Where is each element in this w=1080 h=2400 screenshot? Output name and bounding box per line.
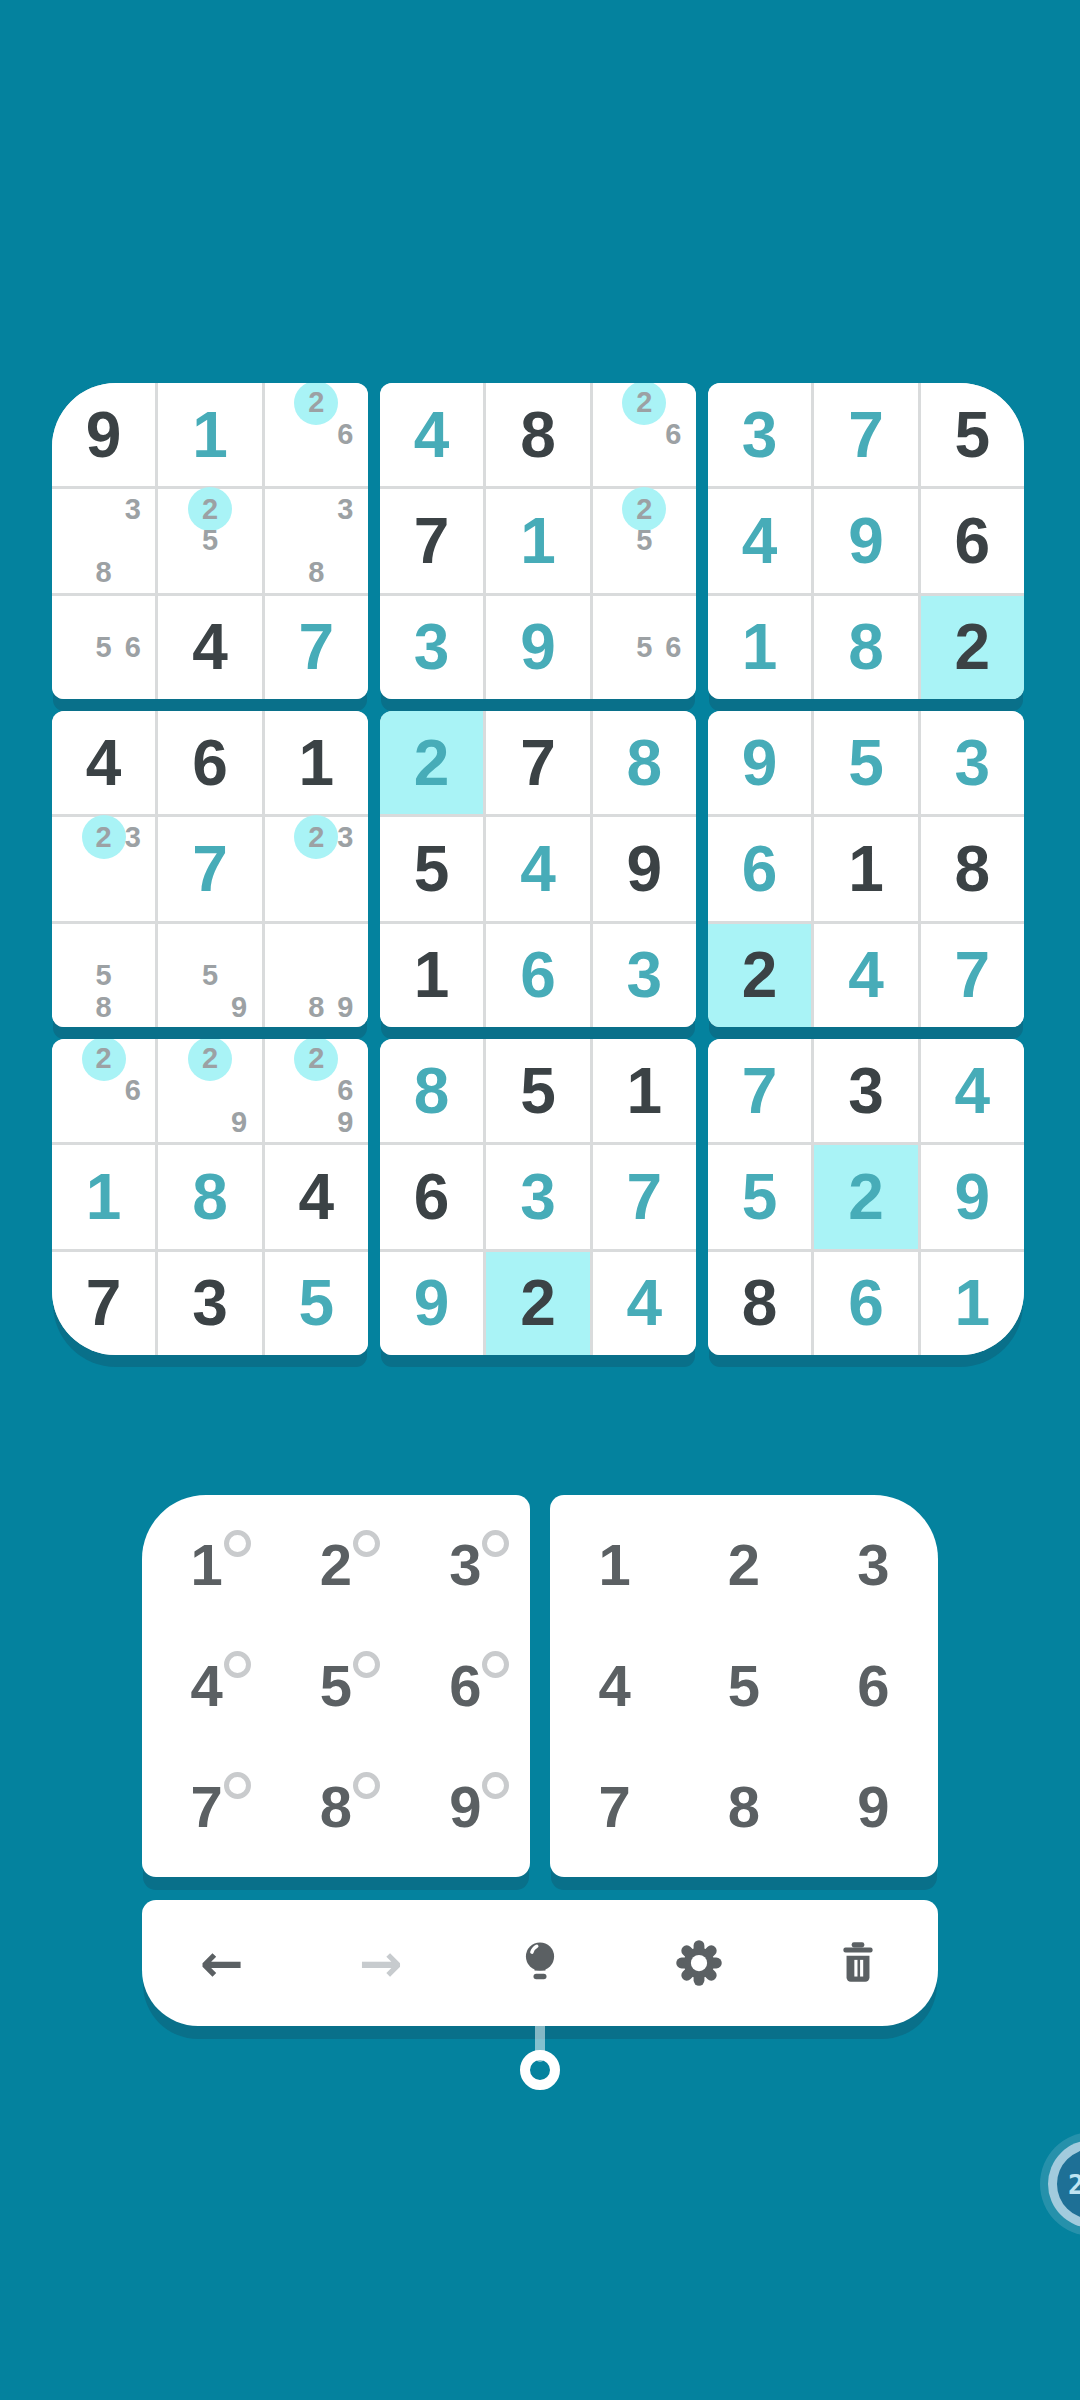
cell-r5c6[interactable]: 9 (593, 817, 696, 920)
cell-r2c5[interactable]: 1 (486, 489, 589, 592)
key-digit: 4 (191, 1657, 223, 1715)
pencil-slot: 9 (225, 991, 254, 1023)
cell-r2c4[interactable]: 7 (380, 489, 483, 592)
pencil-digit: 6 (665, 633, 681, 662)
cell-value: 5 (299, 1271, 335, 1335)
cell-value: 4 (86, 731, 122, 795)
cell-value: 6 (955, 509, 991, 573)
box-5: 278549163 (380, 711, 696, 1027)
cell-r4c4[interactable]: 2 (380, 711, 483, 814)
pencil-digit: 9 (231, 1108, 247, 1137)
cell-r1c2[interactable]: 1 (158, 383, 261, 486)
redo-button[interactable]: → (349, 1931, 413, 1995)
cell-value: 8 (192, 1165, 228, 1229)
pencil-slot: 6 (659, 631, 688, 663)
pencil-digit: 5 (202, 526, 218, 555)
cell-value: 8 (955, 837, 991, 901)
pencil-digit: 9 (337, 993, 353, 1022)
pencil-digit: 3 (125, 495, 141, 524)
cell-value: 8 (414, 1059, 450, 1123)
pencil-digit: 2 (96, 1044, 112, 1073)
key-digit: 1 (191, 1536, 223, 1594)
cell-value: 4 (414, 403, 450, 467)
cell-value: 9 (627, 837, 663, 901)
cell-r4c3[interactable]: 1 (265, 711, 368, 814)
pencil-slot: 6 (118, 1075, 147, 1107)
cell-value: 4 (955, 1059, 991, 1123)
cell-r6c1[interactable]: 58 (52, 924, 155, 1027)
pencil-digit: 2 (308, 1044, 324, 1073)
cell-value: 3 (955, 731, 991, 795)
cell-r5c2[interactable]: 7 (158, 817, 261, 920)
pencil-slot: 8 (89, 557, 118, 589)
key-digit: 4 (599, 1657, 631, 1715)
cell-r9c6[interactable]: 4 (593, 1252, 696, 1355)
cell-value: 9 (520, 615, 556, 679)
cell-r7c1[interactable]: 26 (52, 1039, 155, 1142)
cell-value: 7 (627, 1165, 663, 1229)
number-key-1[interactable]: 1 (550, 1505, 679, 1626)
cell-r7c3[interactable]: 269 (265, 1039, 368, 1142)
cell-r9c4[interactable]: 9 (380, 1252, 483, 1355)
pencil-digit: 2 (202, 495, 218, 524)
cell-r3c6[interactable]: 56 (593, 596, 696, 699)
note-ring-icon (224, 1651, 251, 1678)
number-key-3[interactable]: 3 (809, 1505, 938, 1626)
note-key-5[interactable]: 5 (271, 1626, 400, 1747)
cell-r4c1[interactable]: 4 (52, 711, 155, 814)
pencil-slot: 2 (89, 1043, 118, 1075)
cell-r4c7[interactable]: 9 (708, 711, 811, 814)
pencil-slot: 5 (89, 959, 118, 991)
pencil-slot: 2 (630, 493, 659, 525)
cell-value: 7 (414, 509, 450, 573)
pencil-slot: 5 (89, 631, 118, 663)
pencil-marks: 59 (166, 928, 253, 1023)
cell-r1c9[interactable]: 5 (921, 383, 1024, 486)
cell-value: 4 (520, 837, 556, 901)
cell-r2c8[interactable]: 9 (814, 489, 917, 592)
cell-value: 7 (520, 731, 556, 795)
cell-r7c7[interactable]: 7 (708, 1039, 811, 1142)
pencil-digit: 3 (337, 495, 353, 524)
lightbulb-icon (514, 1937, 566, 1989)
key-digit: 5 (728, 1657, 760, 1715)
cell-value: 2 (848, 1165, 884, 1229)
cell-r8c2[interactable]: 8 (158, 1145, 261, 1248)
cell-r2c6[interactable]: 25 (593, 489, 696, 592)
note-key-2[interactable]: 2 (271, 1505, 400, 1626)
key-digit: 9 (857, 1778, 889, 1836)
pencil-marks: 25 (166, 493, 253, 588)
cell-r9c7[interactable]: 8 (708, 1252, 811, 1355)
cell-r6c9[interactable]: 7 (921, 924, 1024, 1027)
cell-r2c2[interactable]: 25 (158, 489, 261, 592)
cell-value: 5 (520, 1059, 556, 1123)
cell-r2c9[interactable]: 6 (921, 489, 1024, 592)
pencil-slot: 3 (118, 821, 147, 853)
cell-value: 8 (627, 731, 663, 795)
erase-button[interactable] (826, 1931, 890, 1995)
note-ring-icon (482, 1651, 509, 1678)
note-key-9[interactable]: 9 (401, 1746, 530, 1867)
pencil-digit: 2 (308, 823, 324, 852)
sudoku-board: 9126382538564748267125395637549618246123… (52, 383, 1024, 1355)
cell-r5c8[interactable]: 1 (814, 817, 917, 920)
pencil-slot: 3 (118, 493, 147, 525)
note-key-7[interactable]: 7 (142, 1746, 271, 1867)
cell-value: 3 (627, 943, 663, 1007)
pencil-marks: 26 (273, 387, 360, 482)
cell-value: 6 (192, 731, 228, 795)
number-key-4[interactable]: 4 (550, 1626, 679, 1747)
cell-r1c7[interactable]: 3 (708, 383, 811, 486)
cell-r4c8[interactable]: 5 (814, 711, 917, 814)
pencil-digit: 2 (308, 388, 324, 417)
number-key-7[interactable]: 7 (550, 1746, 679, 1867)
cell-value: 8 (520, 403, 556, 467)
pencil-slot: 5 (630, 525, 659, 557)
pencil-marks: 269 (273, 1043, 360, 1138)
cell-r6c5[interactable]: 6 (486, 924, 589, 1027)
box-4: 46123723585989 (52, 711, 368, 1027)
cell-r7c5[interactable]: 5 (486, 1039, 589, 1142)
pencil-digit: 2 (636, 388, 652, 417)
key-digit: 7 (599, 1778, 631, 1836)
cell-r5c7[interactable]: 6 (708, 817, 811, 920)
key-digit: 6 (449, 1657, 481, 1715)
keypad-numbers: 123456789 (550, 1495, 938, 1877)
box-3: 375496182 (708, 383, 1024, 699)
cell-r8c5[interactable]: 3 (486, 1145, 589, 1248)
pencil-slot: 6 (118, 631, 147, 663)
pencil-digit: 3 (337, 823, 353, 852)
pencil-marks: 23 (273, 821, 360, 916)
pencil-digit: 5 (636, 526, 652, 555)
pencil-marks: 56 (601, 600, 688, 695)
pencil-digit: 8 (308, 993, 324, 1022)
cell-r1c6[interactable]: 26 (593, 383, 696, 486)
pencil-marks: 29 (166, 1043, 253, 1138)
pencil-digit: 2 (636, 495, 652, 524)
cell-r5c3[interactable]: 23 (265, 817, 368, 920)
box-7: 2629269184735 (52, 1039, 368, 1355)
key-digit: 9 (449, 1778, 481, 1836)
cell-value: 9 (955, 1165, 991, 1229)
pencil-slot: 6 (331, 1075, 360, 1107)
cell-value: 7 (86, 1271, 122, 1335)
cell-value: 3 (192, 1271, 228, 1335)
key-digit: 2 (320, 1536, 352, 1594)
cell-r7c4[interactable]: 8 (380, 1039, 483, 1142)
pencil-digit: 8 (308, 558, 324, 587)
pencil-digit: 9 (337, 1108, 353, 1137)
number-key-2[interactable]: 2 (679, 1505, 808, 1626)
pencil-digit: 2 (202, 1044, 218, 1073)
box-9: 734529861 (708, 1039, 1024, 1355)
pencil-slot: 2 (302, 1043, 331, 1075)
pencil-slot: 6 (659, 419, 688, 451)
cell-r3c4[interactable]: 3 (380, 596, 483, 699)
cell-value: 5 (955, 403, 991, 467)
note-ring-icon (482, 1530, 509, 1557)
cell-value: 5 (848, 731, 884, 795)
note-key-8[interactable]: 8 (271, 1746, 400, 1867)
box-1: 91263825385647 (52, 383, 368, 699)
pencil-slot: 2 (195, 1043, 224, 1075)
cell-value: 7 (848, 403, 884, 467)
pencil-slot: 2 (89, 821, 118, 853)
number-key-8[interactable]: 8 (679, 1746, 808, 1867)
cell-r9c3[interactable]: 5 (265, 1252, 368, 1355)
key-digit: 1 (599, 1536, 631, 1594)
overlay-badge-text: 22 (1068, 2169, 1080, 2200)
key-digit: 3 (857, 1536, 889, 1594)
cell-value: 1 (627, 1059, 663, 1123)
pencil-digit: 5 (96, 961, 112, 990)
pencil-digit: 5 (202, 961, 218, 990)
pencil-marks: 26 (60, 1043, 147, 1138)
cell-r3c9[interactable]: 2 (921, 596, 1024, 699)
pencil-slot: 2 (195, 493, 224, 525)
cell-r6c4[interactable]: 1 (380, 924, 483, 1027)
cell-value: 7 (955, 943, 991, 1007)
note-key-6[interactable]: 6 (401, 1626, 530, 1747)
cell-r8c8[interactable]: 2 (814, 1145, 917, 1248)
key-digit: 3 (449, 1536, 481, 1594)
pencil-digit: 6 (665, 420, 681, 449)
pencil-slot: 9 (225, 1107, 254, 1139)
cell-r6c7[interactable]: 2 (708, 924, 811, 1027)
cell-r8c6[interactable]: 7 (593, 1145, 696, 1248)
cell-value: 9 (848, 509, 884, 573)
pencil-slot: 9 (331, 1107, 360, 1139)
toolbar: ← → (142, 1900, 938, 2026)
cell-value: 4 (192, 615, 228, 679)
cell-r9c1[interactable]: 7 (52, 1252, 155, 1355)
hint-button[interactable] (508, 1931, 572, 1995)
keypad-notes: 123456789 (142, 1495, 530, 1877)
cell-r7c8[interactable]: 3 (814, 1039, 917, 1142)
pencil-slot: 8 (89, 991, 118, 1023)
cell-r7c9[interactable]: 4 (921, 1039, 1024, 1142)
cell-value: 1 (520, 509, 556, 573)
pencil-slot: 9 (331, 991, 360, 1023)
arrow-left-icon: ← (200, 1937, 244, 1989)
cell-value: 1 (414, 943, 450, 1007)
cell-r9c2[interactable]: 3 (158, 1252, 261, 1355)
pencil-digit: 5 (636, 633, 652, 662)
pencil-slot: 8 (302, 557, 331, 589)
cell-r1c5[interactable]: 8 (486, 383, 589, 486)
pencil-slot: 5 (630, 631, 659, 663)
pencil-digit: 5 (96, 633, 112, 662)
pencil-slot: 2 (302, 387, 331, 419)
cell-r8c1[interactable]: 1 (52, 1145, 155, 1248)
key-digit: 7 (191, 1778, 223, 1836)
cell-value: 1 (742, 615, 778, 679)
pencil-slot: 8 (302, 991, 331, 1023)
cell-r9c8[interactable]: 6 (814, 1252, 917, 1355)
box-6: 953618247 (708, 711, 1024, 1027)
cell-value: 1 (848, 837, 884, 901)
cell-r4c9[interactable]: 3 (921, 711, 1024, 814)
note-ring-icon (353, 1772, 380, 1799)
cell-r7c2[interactable]: 29 (158, 1039, 261, 1142)
cell-r1c8[interactable]: 7 (814, 383, 917, 486)
cell-r8c3[interactable]: 4 (265, 1145, 368, 1248)
cell-r3c5[interactable]: 9 (486, 596, 589, 699)
cell-value: 1 (86, 1165, 122, 1229)
cell-value: 7 (192, 837, 228, 901)
cell-value: 2 (414, 731, 450, 795)
pencil-slot: 3 (331, 821, 360, 853)
cell-r1c3[interactable]: 26 (265, 383, 368, 486)
cell-r9c9[interactable]: 1 (921, 1252, 1024, 1355)
pencil-marks: 26 (601, 387, 688, 482)
pencil-marks: 38 (60, 493, 147, 588)
undo-button[interactable]: ← (190, 1931, 254, 1995)
pencil-digit: 6 (337, 1076, 353, 1105)
cell-r3c1[interactable]: 56 (52, 596, 155, 699)
box-2: 482671253956 (380, 383, 696, 699)
cell-value: 4 (299, 1165, 335, 1229)
note-ring-icon (224, 1772, 251, 1799)
cell-r4c2[interactable]: 6 (158, 711, 261, 814)
pencil-digit: 8 (96, 558, 112, 587)
cell-r3c7[interactable]: 1 (708, 596, 811, 699)
cell-value: 6 (414, 1165, 450, 1229)
cell-r6c3[interactable]: 89 (265, 924, 368, 1027)
note-key-4[interactable]: 4 (142, 1626, 271, 1747)
cell-value: 3 (742, 403, 778, 467)
pencil-digit: 6 (337, 420, 353, 449)
pencil-marks: 23 (60, 821, 147, 916)
cell-value: 7 (299, 615, 335, 679)
cell-value: 1 (192, 403, 228, 467)
cell-value: 5 (414, 837, 450, 901)
pencil-digit: 9 (231, 993, 247, 1022)
cell-value: 4 (627, 1271, 663, 1335)
pencil-marks: 56 (60, 600, 147, 695)
pencil-slot: 5 (195, 959, 224, 991)
number-key-5[interactable]: 5 (679, 1626, 808, 1747)
note-key-3[interactable]: 3 (401, 1505, 530, 1626)
cell-r3c2[interactable]: 4 (158, 596, 261, 699)
settings-button[interactable] (667, 1931, 731, 1995)
cell-value: 9 (742, 731, 778, 795)
cell-value: 4 (848, 943, 884, 1007)
cell-r3c3[interactable]: 7 (265, 596, 368, 699)
cell-value: 6 (848, 1271, 884, 1335)
cell-value: 2 (955, 615, 991, 679)
pencil-digit: 3 (125, 823, 141, 852)
sudoku-app-screen: 9126382538564748267125395637549618246123… (0, 0, 1080, 2400)
box-8: 851637924 (380, 1039, 696, 1355)
note-key-1[interactable]: 1 (142, 1505, 271, 1626)
pencil-slot: 2 (630, 387, 659, 419)
cell-r5c4[interactable]: 5 (380, 817, 483, 920)
sheet-handle-ring[interactable] (520, 2050, 560, 2090)
cell-r8c9[interactable]: 9 (921, 1145, 1024, 1248)
pencil-marks: 89 (273, 928, 360, 1023)
cell-r5c5[interactable]: 4 (486, 817, 589, 920)
pencil-digit: 8 (96, 993, 112, 1022)
cell-value: 1 (299, 731, 335, 795)
cell-value: 7 (742, 1059, 778, 1123)
key-digit: 8 (320, 1778, 352, 1836)
note-ring-icon (353, 1651, 380, 1678)
cell-r4c6[interactable]: 8 (593, 711, 696, 814)
pencil-slot: 3 (331, 493, 360, 525)
note-ring-icon (353, 1530, 380, 1557)
cell-value: 2 (742, 943, 778, 1007)
pencil-slot: 2 (302, 821, 331, 853)
cell-value: 3 (848, 1059, 884, 1123)
key-digit: 8 (728, 1778, 760, 1836)
note-ring-icon (482, 1772, 509, 1799)
cell-value: 4 (742, 509, 778, 573)
cell-value: 6 (742, 837, 778, 901)
cell-value: 1 (955, 1271, 991, 1335)
cell-r8c7[interactable]: 5 (708, 1145, 811, 1248)
cell-r7c6[interactable]: 1 (593, 1039, 696, 1142)
cell-r1c4[interactable]: 4 (380, 383, 483, 486)
number-key-6[interactable]: 6 (809, 1626, 938, 1747)
pencil-slot: 5 (195, 525, 224, 557)
cell-r8c4[interactable]: 6 (380, 1145, 483, 1248)
cell-value: 3 (414, 615, 450, 679)
cell-value: 2 (520, 1271, 556, 1335)
cell-value: 6 (520, 943, 556, 1007)
cell-r6c2[interactable]: 59 (158, 924, 261, 1027)
cell-value: 8 (848, 615, 884, 679)
pencil-slot: 6 (331, 419, 360, 451)
cell-r1c1[interactable]: 9 (52, 383, 155, 486)
trash-icon (833, 1938, 883, 1988)
note-ring-icon (224, 1530, 251, 1557)
cell-value: 5 (742, 1165, 778, 1229)
cell-r5c9[interactable]: 8 (921, 817, 1024, 920)
cell-r9c5[interactable]: 2 (486, 1252, 589, 1355)
cell-r2c7[interactable]: 4 (708, 489, 811, 592)
cell-r2c1[interactable]: 38 (52, 489, 155, 592)
arrow-right-icon: → (359, 1937, 403, 1989)
key-digit: 5 (320, 1657, 352, 1715)
cell-value: 9 (86, 403, 122, 467)
cell-r2c3[interactable]: 38 (265, 489, 368, 592)
number-key-9[interactable]: 9 (809, 1746, 938, 1867)
gear-icon (673, 1937, 725, 1989)
pencil-digit: 6 (125, 633, 141, 662)
cell-value: 8 (742, 1271, 778, 1335)
cell-r6c8[interactable]: 4 (814, 924, 917, 1027)
cell-r4c5[interactable]: 7 (486, 711, 589, 814)
pencil-digit: 6 (125, 1076, 141, 1105)
cell-r6c6[interactable]: 3 (593, 924, 696, 1027)
pencil-digit: 2 (96, 823, 112, 852)
key-digit: 2 (728, 1536, 760, 1594)
cell-value: 3 (520, 1165, 556, 1229)
pencil-marks: 38 (273, 493, 360, 588)
cell-r5c1[interactable]: 23 (52, 817, 155, 920)
pencil-marks: 25 (601, 493, 688, 588)
cell-value: 9 (414, 1271, 450, 1335)
overlay-badge[interactable]: 22 (1048, 2140, 1080, 2228)
pencil-marks: 58 (60, 928, 147, 1023)
key-digit: 6 (857, 1657, 889, 1715)
cell-r3c8[interactable]: 8 (814, 596, 917, 699)
